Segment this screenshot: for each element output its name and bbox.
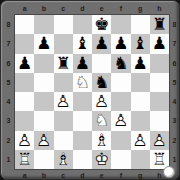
file-labels-top: abcdefgh <box>15 2 169 15</box>
file-label-f: f <box>111 169 130 180</box>
black-pawn[interactable]: ♟ <box>34 34 53 53</box>
square-b5[interactable] <box>34 73 53 92</box>
square-c4[interactable]: ♟♙ <box>54 92 73 111</box>
square-f7[interactable]: ♟ <box>111 34 130 53</box>
square-c6[interactable]: ♜ <box>54 54 73 73</box>
square-d4[interactable] <box>73 92 92 111</box>
square-d1[interactable] <box>73 150 92 169</box>
chess-board: ♚♜♟♝♟♟♝♟♟♜♟♞♟♞♘♞♟♙♟♙♞♘♟♙♟♙♟♙♝♗♟♙♟♙♜♖♝♗♚♔… <box>15 15 169 169</box>
black-pawn[interactable]: ♟ <box>111 34 130 53</box>
square-g5[interactable] <box>131 73 150 92</box>
square-a7[interactable] <box>15 34 34 53</box>
square-h7[interactable]: ♟ <box>150 34 169 53</box>
rank-label-1: 1 <box>2 150 15 169</box>
white-bishop[interactable]: ♝♗ <box>54 150 73 169</box>
white-rook[interactable]: ♜♖ <box>15 150 34 169</box>
rank-label-2: 2 <box>2 131 15 150</box>
square-g8[interactable] <box>131 15 150 34</box>
rank-label-2: 2 <box>169 131 180 150</box>
square-c8[interactable] <box>54 15 73 34</box>
file-label-f: f <box>111 2 130 15</box>
file-label-d: d <box>73 2 92 15</box>
square-b8[interactable] <box>34 15 53 34</box>
white-pawn[interactable]: ♟♙ <box>92 92 111 111</box>
square-d8[interactable] <box>73 15 92 34</box>
file-label-b: b <box>34 2 53 15</box>
rank-label-8: 8 <box>2 15 15 34</box>
square-d7[interactable]: ♝ <box>73 34 92 53</box>
square-e3[interactable]: ♞♘ <box>92 111 111 130</box>
white-pawn[interactable]: ♟♙ <box>54 92 73 111</box>
rank-label-7: 7 <box>2 34 15 53</box>
square-b3[interactable] <box>34 111 53 130</box>
rank-label-7: 7 <box>169 34 180 53</box>
square-e5[interactable]: ♞ <box>92 73 111 92</box>
square-g2[interactable]: ♟♙ <box>131 131 150 150</box>
rank-labels-left: 87654321 <box>2 15 15 169</box>
file-label-e: e <box>92 2 111 15</box>
square-a4[interactable] <box>15 92 34 111</box>
white-knight[interactable]: ♞♘ <box>73 73 92 92</box>
rank-label-8: 8 <box>169 15 180 34</box>
file-labels-bottom: abcdefgh <box>15 169 169 180</box>
square-e4[interactable]: ♟♙ <box>92 92 111 111</box>
square-f8[interactable] <box>111 15 130 34</box>
square-c2[interactable] <box>54 131 73 150</box>
black-rook[interactable]: ♜ <box>150 15 169 34</box>
square-d3[interactable] <box>73 111 92 130</box>
file-label-a: a <box>15 169 34 180</box>
file-label-d: d <box>73 169 92 180</box>
square-d2[interactable] <box>73 131 92 150</box>
square-g7[interactable]: ♝ <box>131 34 150 53</box>
square-f3[interactable]: ♟♙ <box>111 111 130 130</box>
black-rook[interactable]: ♜ <box>54 54 73 73</box>
black-pawn[interactable]: ♟ <box>131 54 150 73</box>
file-label-c: c <box>54 169 73 180</box>
square-d5[interactable]: ♞♘ <box>73 73 92 92</box>
file-label-c: c <box>54 2 73 15</box>
white-pawn[interactable]: ♟♙ <box>150 131 169 150</box>
square-f4[interactable] <box>111 92 130 111</box>
white-king[interactable]: ♚♔ <box>92 150 111 169</box>
white-pawn[interactable]: ♟♙ <box>34 131 53 150</box>
square-e8[interactable]: ♚ <box>92 15 111 34</box>
square-g1[interactable] <box>131 150 150 169</box>
black-pawn[interactable]: ♟ <box>73 54 92 73</box>
black-king[interactable]: ♚ <box>92 15 111 34</box>
rank-label-4: 4 <box>2 92 15 111</box>
rank-label-4: 4 <box>169 92 180 111</box>
square-b2[interactable]: ♟♙ <box>34 131 53 150</box>
square-c3[interactable] <box>54 111 73 130</box>
white-pawn[interactable]: ♟♙ <box>111 111 130 130</box>
square-f2[interactable] <box>111 131 130 150</box>
square-a2[interactable]: ♟♙ <box>15 131 34 150</box>
rank-label-3: 3 <box>2 111 15 130</box>
square-d6[interactable]: ♟ <box>73 54 92 73</box>
rank-labels-right: 87654321 <box>169 15 180 169</box>
square-h8[interactable]: ♜ <box>150 15 169 34</box>
rank-label-6: 6 <box>169 54 180 73</box>
file-label-e: e <box>92 169 111 180</box>
rank-label-5: 5 <box>169 73 180 92</box>
black-bishop[interactable]: ♝ <box>73 34 92 53</box>
square-c5[interactable] <box>54 73 73 92</box>
square-f6[interactable]: ♞ <box>111 54 130 73</box>
square-a3[interactable] <box>15 111 34 130</box>
white-pawn[interactable]: ♟♙ <box>15 131 34 150</box>
black-knight[interactable]: ♞ <box>111 54 130 73</box>
file-label-b: b <box>34 169 53 180</box>
rank-label-5: 5 <box>2 73 15 92</box>
square-h3[interactable] <box>150 111 169 130</box>
square-h4[interactable] <box>150 92 169 111</box>
square-g6[interactable]: ♟ <box>131 54 150 73</box>
black-bishop[interactable]: ♝ <box>131 34 150 53</box>
square-e7[interactable]: ♟ <box>92 34 111 53</box>
square-f1[interactable] <box>111 150 130 169</box>
black-knight[interactable]: ♞ <box>92 73 111 92</box>
black-pawn[interactable]: ♟ <box>15 54 34 73</box>
square-a8[interactable] <box>15 15 34 34</box>
square-b7[interactable]: ♟ <box>34 34 53 53</box>
file-label-g: g <box>131 169 150 180</box>
file-label-g: g <box>131 2 150 15</box>
black-pawn[interactable]: ♟ <box>150 34 169 53</box>
black-pawn[interactable]: ♟ <box>92 34 111 53</box>
square-c1[interactable]: ♝♗ <box>54 150 73 169</box>
white-to-move-indicator <box>163 166 175 178</box>
square-b6[interactable] <box>34 54 53 73</box>
white-knight[interactable]: ♞♘ <box>92 111 111 130</box>
file-label-a: a <box>15 2 34 15</box>
square-a6[interactable]: ♟ <box>15 54 34 73</box>
square-f5[interactable] <box>111 73 130 92</box>
square-a1[interactable]: ♜♖ <box>15 150 34 169</box>
square-b1[interactable] <box>34 150 53 169</box>
square-a5[interactable] <box>15 73 34 92</box>
square-h5[interactable] <box>150 73 169 92</box>
square-b4[interactable] <box>34 92 53 111</box>
white-bishop[interactable]: ♝♗ <box>92 131 111 150</box>
square-g4[interactable] <box>131 92 150 111</box>
rank-label-3: 3 <box>169 111 180 130</box>
square-c7[interactable] <box>54 34 73 53</box>
square-h2[interactable]: ♟♙ <box>150 131 169 150</box>
file-label-h: h <box>150 2 169 15</box>
square-g3[interactable] <box>131 111 150 130</box>
square-e6[interactable] <box>92 54 111 73</box>
rank-label-6: 6 <box>2 54 15 73</box>
square-h6[interactable] <box>150 54 169 73</box>
white-pawn[interactable]: ♟♙ <box>131 131 150 150</box>
square-e2[interactable]: ♝♗ <box>92 131 111 150</box>
board-frame: abcdefgh abcdefgh 87654321 87654321 ♚♜♟♝… <box>0 0 180 180</box>
square-e1[interactable]: ♚♔ <box>92 150 111 169</box>
